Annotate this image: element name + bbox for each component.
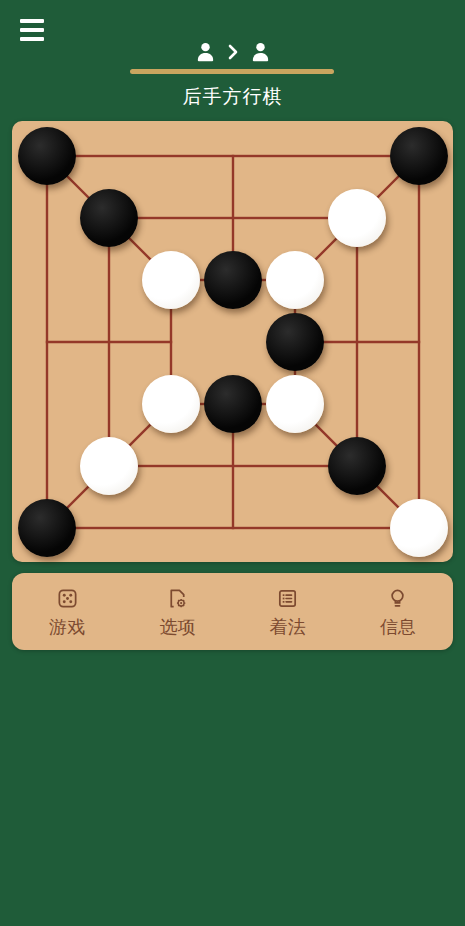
divider-line (130, 69, 334, 74)
point-d7[interactable] (202, 125, 264, 187)
game-button[interactable]: 游戏 (12, 573, 122, 650)
point-g1[interactable] (388, 497, 450, 559)
moves-button[interactable]: 着法 (233, 573, 343, 650)
point-b2[interactable] (78, 435, 140, 497)
point-a1[interactable] (16, 497, 78, 559)
white-piece-f6[interactable] (328, 189, 386, 247)
player2-icon (249, 41, 272, 64)
options-button[interactable]: 选项 (122, 573, 232, 650)
menu-button hamburger-icon[interactable] (20, 19, 44, 41)
point-b6[interactable] (78, 187, 140, 249)
point-f4[interactable] (326, 311, 388, 373)
toolbar: 游戏 选项 (12, 573, 453, 650)
black-piece-g7[interactable] (390, 127, 448, 185)
point-g4[interactable] (388, 311, 450, 373)
point-c4[interactable] (140, 311, 202, 373)
point-a4[interactable] (16, 311, 78, 373)
black-piece-d5[interactable] (204, 251, 262, 309)
black-piece-e4[interactable] (266, 313, 324, 371)
dice-icon (56, 587, 79, 610)
white-piece-c5[interactable] (142, 251, 200, 309)
point-f2[interactable] (326, 435, 388, 497)
info-button[interactable]: 信息 (343, 573, 453, 650)
point-a7[interactable] (16, 125, 78, 187)
white-piece-e5[interactable] (266, 251, 324, 309)
status-text: 后手方行棋 (0, 84, 465, 110)
point-c5[interactable] (140, 249, 202, 311)
chevron-right-icon (228, 44, 238, 64)
point-e3[interactable] (264, 373, 326, 435)
point-e5[interactable] (264, 249, 326, 311)
black-piece-a1[interactable] (18, 499, 76, 557)
white-piece-c3[interactable] (142, 375, 200, 433)
file-gear-icon (166, 587, 189, 610)
options-button-label: 选项 (159, 615, 195, 639)
hamburger-bar (20, 28, 44, 32)
black-piece-d3[interactable] (204, 375, 262, 433)
point-g7[interactable] (388, 125, 450, 187)
point-d5[interactable] (202, 249, 264, 311)
point-c3[interactable] (140, 373, 202, 435)
turn-indicator (0, 40, 465, 64)
player1-icon (194, 41, 217, 64)
moves-button-label: 着法 (270, 615, 306, 639)
game-button-label: 游戏 (49, 615, 85, 639)
black-piece-b6[interactable] (80, 189, 138, 247)
white-piece-b2[interactable] (80, 437, 138, 495)
info-button-label: 信息 (380, 615, 416, 639)
game-board (12, 121, 453, 562)
point-b4[interactable] (78, 311, 140, 373)
point-d6[interactable] (202, 187, 264, 249)
point-f6[interactable] (326, 187, 388, 249)
hamburger-bar (20, 19, 44, 23)
move-list-icon (276, 587, 299, 610)
black-piece-a7[interactable] (18, 127, 76, 185)
point-d3[interactable] (202, 373, 264, 435)
point-d1[interactable] (202, 497, 264, 559)
white-piece-e3[interactable] (266, 375, 324, 433)
point-e4[interactable] (264, 311, 326, 373)
board-points (16, 125, 450, 559)
white-piece-g1[interactable] (390, 499, 448, 557)
lightbulb-icon (386, 587, 409, 610)
point-d2[interactable] (202, 435, 264, 497)
black-piece-f2[interactable] (328, 437, 386, 495)
